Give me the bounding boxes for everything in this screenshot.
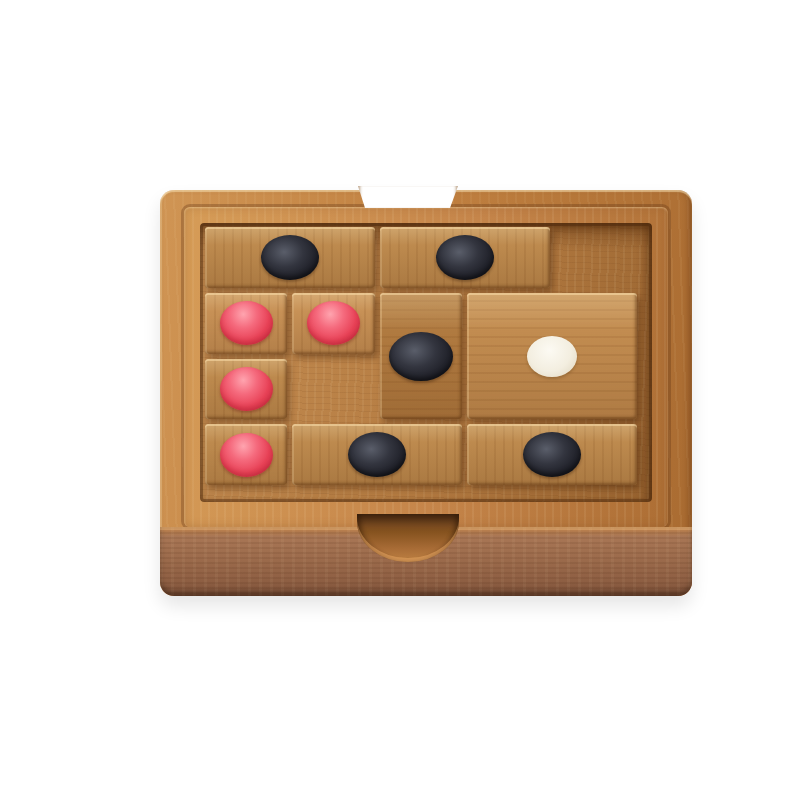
red-dot bbox=[307, 301, 360, 345]
sliding-block-B-2x1[interactable] bbox=[380, 227, 550, 288]
sliding-block-F-2x2[interactable] bbox=[467, 293, 637, 420]
black-dot bbox=[389, 332, 453, 381]
sliding-block-H-1x1[interactable] bbox=[205, 424, 287, 485]
black-dot bbox=[436, 235, 494, 280]
sliding-block-I-2x1[interactable] bbox=[292, 424, 462, 485]
board-grid bbox=[205, 227, 637, 485]
black-dot bbox=[348, 432, 406, 477]
sliding-block-J-2x1[interactable] bbox=[467, 424, 637, 485]
red-dot bbox=[220, 433, 273, 477]
black-dot bbox=[261, 235, 319, 280]
black-dot bbox=[523, 432, 581, 477]
white-dot bbox=[527, 336, 577, 377]
sliding-block-E-1x2[interactable] bbox=[380, 293, 462, 420]
sliding-block-C-1x1[interactable] bbox=[205, 293, 287, 354]
sliding-block-A-2x1[interactable] bbox=[205, 227, 375, 288]
sliding-block-D-1x1[interactable] bbox=[292, 293, 374, 354]
red-dot bbox=[220, 367, 273, 411]
back-wall-notch bbox=[358, 186, 458, 208]
red-dot bbox=[220, 301, 273, 345]
scene bbox=[0, 0, 800, 800]
sliding-block-G-1x1[interactable] bbox=[205, 359, 287, 420]
